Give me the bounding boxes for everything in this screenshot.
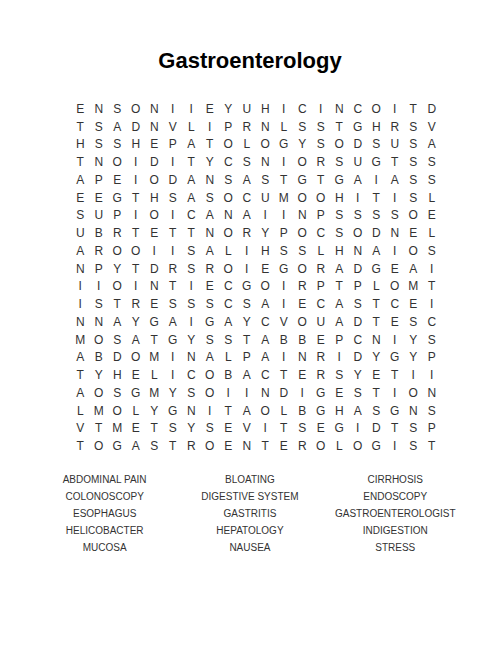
grid-cell-r19c14: E (312, 420, 331, 438)
grid-cell-r4c6: I (164, 153, 183, 171)
grid-cell-r15c11: A (256, 349, 275, 367)
grid-cell-r13c2: N (90, 313, 109, 331)
grid-cell-r20c20: T (423, 437, 442, 455)
grid-cell-r7c11: I (256, 207, 275, 225)
grid-cell-r12c19: E (404, 295, 423, 313)
grid-cell-r3c10: L (238, 136, 257, 154)
grid-cell-r12c1: I (71, 295, 90, 313)
grid-cell-r1c8: E (201, 100, 220, 118)
grid-cell-r15c1: A (71, 349, 90, 367)
grid-cell-r8c15: S (330, 224, 349, 242)
grid-cell-r11c20: T (423, 278, 442, 296)
grid-cell-r18c19: N (404, 402, 423, 420)
grid-cell-r11c9: C (219, 278, 238, 296)
letter-grid: ENSONIIEYUHICINCOITDTSADNVLIPRNLSSTGHRSV… (71, 100, 441, 455)
grid-cell-r6c14: O (312, 189, 331, 207)
grid-cell-r7c8: A (201, 207, 220, 225)
grid-cell-r9c14: L (312, 242, 331, 260)
grid-cell-r19c4: E (127, 420, 146, 438)
grid-cell-r4c3: O (108, 153, 127, 171)
grid-cell-r7c5: O (145, 207, 164, 225)
grid-cell-r3c1: H (71, 136, 90, 154)
grid-cell-r17c16: S (349, 384, 368, 402)
grid-cell-r10c12: G (275, 260, 294, 278)
grid-cell-r3c9: O (219, 136, 238, 154)
grid-cell-r9c5: I (145, 242, 164, 260)
grid-cell-r1c18: I (386, 100, 405, 118)
grid-cell-r20c9: E (219, 437, 238, 455)
grid-cell-r2c5: N (145, 118, 164, 136)
grid-cell-r15c16: D (349, 349, 368, 367)
grid-cell-r4c17: G (367, 153, 386, 171)
grid-cell-r16c18: T (386, 366, 405, 384)
grid-cell-r12c17: T (367, 295, 386, 313)
grid-cell-r6c3: G (108, 189, 127, 207)
grid-cell-r18c13: B (293, 402, 312, 420)
grid-cell-r13c6: A (164, 313, 183, 331)
grid-cell-r14c20: S (423, 331, 442, 349)
grid-cell-r4c18: T (386, 153, 405, 171)
grid-cell-r18c2: M (90, 402, 109, 420)
grid-cell-r10c10: I (238, 260, 257, 278)
grid-cell-r2c7: L (182, 118, 201, 136)
grid-cell-r7c19: O (404, 207, 423, 225)
grid-cell-r8c16: O (349, 224, 368, 242)
grid-cell-r6c20: L (423, 189, 442, 207)
grid-cell-r20c19: S (404, 437, 423, 455)
grid-cell-r1c6: I (164, 100, 183, 118)
grid-cell-r10c9: O (219, 260, 238, 278)
grid-cell-r18c8: I (201, 402, 220, 420)
grid-cell-r13c1: N (71, 313, 90, 331)
grid-cell-r10c3: Y (108, 260, 127, 278)
grid-cell-r18c7: N (182, 402, 201, 420)
grid-cell-r6c1: E (71, 189, 90, 207)
grid-cell-r17c6: Y (164, 384, 183, 402)
grid-cell-r15c4: O (127, 349, 146, 367)
grid-cell-r20c16: O (349, 437, 368, 455)
grid-cell-r5c4: I (127, 171, 146, 189)
grid-cell-r13c14: U (312, 313, 331, 331)
grid-cell-r11c7: I (182, 278, 201, 296)
grid-cell-r3c17: S (367, 136, 386, 154)
grid-cell-r13c17: T (367, 313, 386, 331)
grid-cell-r3c8: T (201, 136, 220, 154)
grid-cell-r13c7: I (182, 313, 201, 331)
grid-cell-r10c16: D (349, 260, 368, 278)
grid-cell-r7c9: N (219, 207, 238, 225)
grid-cell-r7c2: U (90, 207, 109, 225)
grid-cell-r6c10: C (238, 189, 257, 207)
grid-cell-r6c9: O (219, 189, 238, 207)
grid-cell-r3c7: A (182, 136, 201, 154)
grid-cell-r8c4: T (127, 224, 146, 242)
grid-cell-r1c1: E (71, 100, 90, 118)
grid-cell-r14c13: B (293, 331, 312, 349)
grid-cell-r10c1: N (71, 260, 90, 278)
grid-cell-r17c2: O (90, 384, 109, 402)
grid-cell-r13c16: D (349, 313, 368, 331)
grid-cell-r5c3: E (108, 171, 127, 189)
grid-cell-r10c2: P (90, 260, 109, 278)
grid-cell-r13c20: C (423, 313, 442, 331)
grid-cell-r8c8: N (201, 224, 220, 242)
grid-cell-r12c8: S (201, 295, 220, 313)
grid-cell-r17c9: I (219, 384, 238, 402)
grid-cell-r5c12: T (275, 171, 294, 189)
grid-cell-r4c8: Y (201, 153, 220, 171)
word-list-column-1: ABDOMINAL PAINCOLONOSCOPYESOPHAGUSHELICO… (32, 471, 177, 556)
grid-cell-r8c11: Y (256, 224, 275, 242)
grid-cell-r16c4: E (127, 366, 146, 384)
grid-cell-r6c12: M (275, 189, 294, 207)
grid-cell-r11c1: I (71, 278, 90, 296)
grid-cell-r19c6: S (164, 420, 183, 438)
grid-cell-r12c14: C (312, 295, 331, 313)
word-list-item: CIRRHOSIS (323, 471, 468, 488)
grid-cell-r2c17: H (367, 118, 386, 136)
grid-cell-r5c11: S (256, 171, 275, 189)
grid-cell-r17c8: O (201, 384, 220, 402)
grid-cell-r9c8: A (201, 242, 220, 260)
grid-cell-r17c1: A (71, 384, 90, 402)
grid-cell-r6c18: I (386, 189, 405, 207)
grid-cell-r18c9: T (219, 402, 238, 420)
grid-cell-r12c9: C (219, 295, 238, 313)
grid-cell-r12c18: C (386, 295, 405, 313)
grid-cell-r3c16: D (349, 136, 368, 154)
word-list-item: HEPATOLOGY (177, 522, 322, 539)
grid-cell-r14c11: A (256, 331, 275, 349)
grid-cell-r4c15: S (330, 153, 349, 171)
grid-cell-r6c17: T (367, 189, 386, 207)
grid-cell-r12c5: E (145, 295, 164, 313)
grid-cell-r5c14: T (312, 171, 331, 189)
grid-cell-r15c12: I (275, 349, 294, 367)
grid-cell-r6c8: S (201, 189, 220, 207)
grid-cell-r9c12: S (275, 242, 294, 260)
grid-cell-r17c13: I (293, 384, 312, 402)
grid-cell-r9c20: S (423, 242, 442, 260)
grid-cell-r1c19: T (404, 100, 423, 118)
grid-cell-r1c3: S (108, 100, 127, 118)
grid-cell-r10c14: R (312, 260, 331, 278)
grid-cell-r2c18: R (386, 118, 405, 136)
grid-cell-r11c3: O (108, 278, 127, 296)
grid-cell-r19c9: E (219, 420, 238, 438)
grid-cell-r19c8: S (201, 420, 220, 438)
grid-cell-r5c5: O (145, 171, 164, 189)
grid-cell-r20c14: O (312, 437, 331, 455)
grid-cell-r6c16: I (349, 189, 368, 207)
grid-cell-r18c16: A (349, 402, 368, 420)
grid-cell-r4c19: S (404, 153, 423, 171)
grid-cell-r13c4: Y (127, 313, 146, 331)
grid-cell-r11c17: L (367, 278, 386, 296)
grid-cell-r16c7: C (182, 366, 201, 384)
grid-cell-r5c8: N (201, 171, 220, 189)
grid-cell-r7c4: I (127, 207, 146, 225)
grid-cell-r14c3: S (108, 331, 127, 349)
grid-cell-r6c19: S (404, 189, 423, 207)
grid-cell-r5c10: A (238, 171, 257, 189)
grid-cell-r9c13: S (293, 242, 312, 260)
grid-cell-r3c19: S (404, 136, 423, 154)
grid-cell-r13c8: G (201, 313, 220, 331)
grid-cell-r15c14: R (312, 349, 331, 367)
grid-cell-r18c5: Y (145, 402, 164, 420)
grid-cell-r20c5: S (145, 437, 164, 455)
grid-cell-r11c16: P (349, 278, 368, 296)
grid-cell-r17c5: M (145, 384, 164, 402)
grid-cell-r4c16: U (349, 153, 368, 171)
grid-cell-r10c6: R (164, 260, 183, 278)
grid-cell-r19c20: P (423, 420, 442, 438)
grid-cell-r5c13: G (293, 171, 312, 189)
grid-cell-r14c1: M (71, 331, 90, 349)
grid-cell-r11c12: I (275, 278, 294, 296)
word-list-item: BLOATING (177, 471, 322, 488)
grid-cell-r16c13: E (293, 366, 312, 384)
grid-cell-r2c9: P (219, 118, 238, 136)
grid-cell-r9c3: O (108, 242, 127, 260)
grid-cell-r11c11: O (256, 278, 275, 296)
grid-cell-r6c6: S (164, 189, 183, 207)
grid-cell-r7c20: E (423, 207, 442, 225)
grid-cell-r10c17: G (367, 260, 386, 278)
grid-cell-r19c12: T (275, 420, 294, 438)
grid-cell-r8c20: L (423, 224, 442, 242)
grid-cell-r1c4: O (127, 100, 146, 118)
grid-cell-r17c19: O (404, 384, 423, 402)
grid-cell-r14c17: N (367, 331, 386, 349)
grid-cell-r19c17: D (367, 420, 386, 438)
grid-cell-r19c18: T (386, 420, 405, 438)
grid-cell-r12c3: T (108, 295, 127, 313)
grid-cell-r7c3: P (108, 207, 127, 225)
grid-cell-r14c18: I (386, 331, 405, 349)
grid-cell-r9c18: I (386, 242, 405, 260)
grid-cell-r19c16: I (349, 420, 368, 438)
grid-cell-r5c16: A (349, 171, 368, 189)
grid-cell-r10c5: D (145, 260, 164, 278)
grid-cell-r1c16: C (349, 100, 368, 118)
grid-cell-r18c4: L (127, 402, 146, 420)
grid-cell-r20c18: I (386, 437, 405, 455)
grid-cell-r16c17: E (367, 366, 386, 384)
grid-cell-r13c18: E (386, 313, 405, 331)
grid-cell-r4c4: I (127, 153, 146, 171)
grid-cell-r16c12: T (275, 366, 294, 384)
grid-cell-r8c13: O (293, 224, 312, 242)
grid-cell-r20c4: A (127, 437, 146, 455)
grid-cell-r5c1: A (71, 171, 90, 189)
grid-cell-r11c10: G (238, 278, 257, 296)
grid-cell-r11c19: M (404, 278, 423, 296)
grid-cell-r12c4: R (127, 295, 146, 313)
grid-cell-r14c4: A (127, 331, 146, 349)
grid-cell-r5c19: S (404, 171, 423, 189)
grid-cell-r14c6: G (164, 331, 183, 349)
grid-cell-r10c18: E (386, 260, 405, 278)
grid-cell-r1c2: N (90, 100, 109, 118)
grid-cell-r16c14: R (312, 366, 331, 384)
grid-cell-r1c14: I (312, 100, 331, 118)
grid-cell-r17c7: S (182, 384, 201, 402)
grid-cell-r1c10: U (238, 100, 257, 118)
grid-cell-r14c2: O (90, 331, 109, 349)
grid-cell-r18c1: L (71, 402, 90, 420)
grid-cell-r15c3: D (108, 349, 127, 367)
grid-cell-r3c20: A (423, 136, 442, 154)
grid-cell-r4c7: T (182, 153, 201, 171)
grid-cell-r3c3: S (108, 136, 127, 154)
grid-cell-r19c19: S (404, 420, 423, 438)
grid-cell-r6c2: E (90, 189, 109, 207)
grid-cell-r8c18: N (386, 224, 405, 242)
grid-cell-r8c12: P (275, 224, 294, 242)
grid-cell-r10c4: T (127, 260, 146, 278)
grid-cell-r16c3: H (108, 366, 127, 384)
grid-cell-r5c15: G (330, 171, 349, 189)
grid-cell-r8c7: T (182, 224, 201, 242)
grid-cell-r14c16: C (349, 331, 368, 349)
word-list: ABDOMINAL PAINCOLONOSCOPYESOPHAGUSHELICO… (32, 471, 468, 556)
grid-cell-r16c8: O (201, 366, 220, 384)
grid-cell-r8c6: T (164, 224, 183, 242)
grid-cell-r9c9: L (219, 242, 238, 260)
grid-cell-r15c10: P (238, 349, 257, 367)
grid-cell-r20c10: N (238, 437, 257, 455)
grid-cell-r14c14: E (312, 331, 331, 349)
grid-cell-r2c3: A (108, 118, 127, 136)
grid-cell-r13c12: V (275, 313, 294, 331)
grid-cell-r6c5: H (145, 189, 164, 207)
grid-cell-r19c1: V (71, 420, 90, 438)
grid-cell-r15c20: P (423, 349, 442, 367)
grid-cell-r7c14: P (312, 207, 331, 225)
grid-cell-r3c2: S (90, 136, 109, 154)
grid-cell-r15c2: B (90, 349, 109, 367)
grid-cell-r20c3: G (108, 437, 127, 455)
grid-cell-r12c6: S (164, 295, 183, 313)
word-list-item: ABDOMINAL PAIN (32, 471, 177, 488)
grid-cell-r9c15: H (330, 242, 349, 260)
grid-cell-r2c4: D (127, 118, 146, 136)
grid-cell-r19c15: G (330, 420, 349, 438)
grid-cell-r14c10: T (238, 331, 257, 349)
grid-cell-r5c7: A (182, 171, 201, 189)
grid-cell-r20c7: R (182, 437, 201, 455)
grid-cell-r13c10: Y (238, 313, 257, 331)
grid-cell-r3c14: S (312, 136, 331, 154)
grid-cell-r5c9: S (219, 171, 238, 189)
grid-cell-r2c19: S (404, 118, 423, 136)
grid-cell-r11c14: P (312, 278, 331, 296)
grid-cell-r20c11: T (256, 437, 275, 455)
grid-cell-r9c11: H (256, 242, 275, 260)
grid-cell-r17c15: E (330, 384, 349, 402)
grid-cell-r2c1: T (71, 118, 90, 136)
grid-cell-r1c7: I (182, 100, 201, 118)
grid-cell-r13c3: A (108, 313, 127, 331)
grid-cell-r20c15: L (330, 437, 349, 455)
puzzle-title: Gastroenterology (0, 48, 500, 74)
grid-cell-r14c8: S (201, 331, 220, 349)
grid-cell-r19c3: M (108, 420, 127, 438)
grid-cell-r8c14: C (312, 224, 331, 242)
grid-cell-r7c15: S (330, 207, 349, 225)
grid-cell-r9c10: I (238, 242, 257, 260)
grid-cell-r8c3: R (108, 224, 127, 242)
grid-cell-r20c2: O (90, 437, 109, 455)
grid-cell-r12c16: S (349, 295, 368, 313)
grid-cell-r4c12: I (275, 153, 294, 171)
grid-cell-r7c16: S (349, 207, 368, 225)
grid-cell-r13c19: S (404, 313, 423, 331)
grid-cell-r5c20: S (423, 171, 442, 189)
word-list-column-3: CIRRHOSISENDOSCOPYGASTROENTEROLOGISTINDI… (323, 471, 468, 556)
grid-cell-r6c7: A (182, 189, 201, 207)
grid-cell-r12c11: A (256, 295, 275, 313)
grid-cell-r4c1: T (71, 153, 90, 171)
grid-cell-r11c18: O (386, 278, 405, 296)
grid-cell-r15c7: N (182, 349, 201, 367)
grid-cell-r18c20: S (423, 402, 442, 420)
grid-cell-r8c9: O (219, 224, 238, 242)
grid-cell-r7c6: I (164, 207, 183, 225)
grid-cell-r7c12: I (275, 207, 294, 225)
grid-cell-r13c11: C (256, 313, 275, 331)
grid-cell-r1c20: D (423, 100, 442, 118)
grid-cell-r16c20: I (423, 366, 442, 384)
word-list-item: MUCOSA (32, 539, 177, 556)
grid-cell-r14c19: Y (404, 331, 423, 349)
grid-cell-r10c15: A (330, 260, 349, 278)
grid-cell-r4c11: N (256, 153, 275, 171)
grid-cell-r13c9: A (219, 313, 238, 331)
grid-cell-r9c19: O (404, 242, 423, 260)
grid-cell-r4c5: D (145, 153, 164, 171)
word-list-item: DIGESTIVE SYSTEM (177, 488, 322, 505)
grid-cell-r8c10: R (238, 224, 257, 242)
grid-cell-r11c5: N (145, 278, 164, 296)
grid-cell-r4c20: S (423, 153, 442, 171)
grid-cell-r17c11: N (256, 384, 275, 402)
grid-cell-r12c20: I (423, 295, 442, 313)
word-list-item: ENDOSCOPY (323, 488, 468, 505)
grid-cell-r4c2: N (90, 153, 109, 171)
grid-cell-r15c6: I (164, 349, 183, 367)
grid-cell-r4c14: R (312, 153, 331, 171)
grid-cell-r1c5: N (145, 100, 164, 118)
grid-cell-r12c2: S (90, 295, 109, 313)
grid-cell-r2c13: S (293, 118, 312, 136)
grid-cell-r20c13: R (293, 437, 312, 455)
grid-cell-r19c2: T (90, 420, 109, 438)
grid-cell-r15c8: A (201, 349, 220, 367)
grid-cell-r5c6: D (164, 171, 183, 189)
grid-cell-r14c9: S (219, 331, 238, 349)
grid-cell-r10c11: E (256, 260, 275, 278)
grid-cell-r16c16: Y (349, 366, 368, 384)
grid-cell-r18c15: H (330, 402, 349, 420)
grid-cell-r3c13: Y (293, 136, 312, 154)
grid-cell-r2c16: G (349, 118, 368, 136)
grid-cell-r15c18: G (386, 349, 405, 367)
grid-cell-r11c6: T (164, 278, 183, 296)
grid-cell-r7c10: A (238, 207, 257, 225)
